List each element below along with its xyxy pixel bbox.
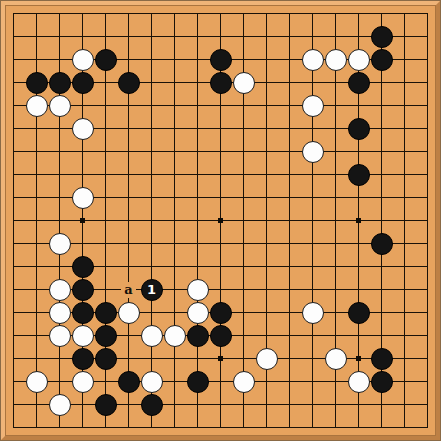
board-point[interactable]	[140, 209, 163, 232]
board-point[interactable]	[301, 117, 324, 140]
board-point[interactable]	[393, 2, 416, 25]
board-point[interactable]	[416, 140, 439, 163]
board-point[interactable]	[370, 301, 393, 324]
board-point[interactable]	[347, 25, 370, 48]
board-point[interactable]	[232, 2, 255, 25]
board-point[interactable]	[393, 370, 416, 393]
board-point[interactable]	[48, 140, 71, 163]
board-point[interactable]	[393, 301, 416, 324]
board-point[interactable]	[163, 117, 186, 140]
board-point[interactable]	[278, 301, 301, 324]
board-point[interactable]	[117, 393, 140, 416]
board-point[interactable]	[117, 347, 140, 370]
board-point[interactable]	[324, 370, 347, 393]
board-point[interactable]	[393, 416, 416, 439]
board-point[interactable]	[278, 347, 301, 370]
board-point[interactable]	[324, 301, 347, 324]
board-point[interactable]	[71, 163, 94, 186]
board-point[interactable]	[48, 186, 71, 209]
board-point[interactable]	[117, 186, 140, 209]
board-point[interactable]	[186, 48, 209, 71]
board-point[interactable]	[71, 94, 94, 117]
board-point[interactable]	[232, 232, 255, 255]
board-point[interactable]	[163, 255, 186, 278]
board-point[interactable]	[186, 140, 209, 163]
board-point[interactable]	[370, 163, 393, 186]
board-point[interactable]	[2, 25, 25, 48]
board-point[interactable]	[301, 2, 324, 25]
board-point[interactable]	[301, 370, 324, 393]
board-point[interactable]	[209, 393, 232, 416]
board-point[interactable]	[94, 209, 117, 232]
board-point[interactable]	[163, 278, 186, 301]
board-point[interactable]	[94, 255, 117, 278]
board-point[interactable]	[278, 48, 301, 71]
board-point[interactable]	[94, 25, 117, 48]
board-point[interactable]	[278, 370, 301, 393]
board-point[interactable]	[416, 2, 439, 25]
board-point[interactable]	[347, 140, 370, 163]
board-point[interactable]	[163, 163, 186, 186]
board-point[interactable]	[324, 278, 347, 301]
board-point[interactable]	[255, 140, 278, 163]
board-point[interactable]	[347, 255, 370, 278]
board-point[interactable]	[347, 393, 370, 416]
board-point[interactable]	[324, 25, 347, 48]
board-point[interactable]	[140, 255, 163, 278]
board-point[interactable]	[163, 232, 186, 255]
board-point[interactable]	[370, 209, 393, 232]
board-point[interactable]	[324, 393, 347, 416]
board-point[interactable]	[117, 48, 140, 71]
board-point[interactable]	[163, 25, 186, 48]
board-point[interactable]	[232, 25, 255, 48]
board-point[interactable]	[232, 186, 255, 209]
board-point[interactable]	[232, 347, 255, 370]
board-point[interactable]	[163, 209, 186, 232]
board-point[interactable]	[370, 71, 393, 94]
board-point[interactable]	[186, 232, 209, 255]
board-point[interactable]	[416, 48, 439, 71]
board-point[interactable]	[25, 232, 48, 255]
board-point[interactable]	[140, 2, 163, 25]
board-point[interactable]	[416, 117, 439, 140]
board-point[interactable]	[25, 186, 48, 209]
board-point[interactable]: a	[117, 278, 140, 301]
board-point[interactable]	[209, 140, 232, 163]
board-point[interactable]	[370, 324, 393, 347]
board-point[interactable]	[232, 416, 255, 439]
board-point[interactable]	[278, 393, 301, 416]
board-point[interactable]	[347, 209, 370, 232]
board-point[interactable]	[163, 393, 186, 416]
board-point[interactable]	[117, 117, 140, 140]
board-point[interactable]	[48, 370, 71, 393]
board-point[interactable]	[25, 324, 48, 347]
board-point[interactable]	[25, 278, 48, 301]
board-point[interactable]	[393, 232, 416, 255]
board-point[interactable]	[393, 48, 416, 71]
board-point[interactable]	[209, 416, 232, 439]
board-point[interactable]	[301, 163, 324, 186]
board-point[interactable]	[48, 48, 71, 71]
board-point[interactable]	[71, 393, 94, 416]
board-point[interactable]	[255, 71, 278, 94]
board-point[interactable]	[117, 94, 140, 117]
board-point[interactable]	[209, 117, 232, 140]
board-point[interactable]	[117, 416, 140, 439]
board-point[interactable]	[94, 370, 117, 393]
board-point[interactable]	[278, 232, 301, 255]
board-point[interactable]	[209, 163, 232, 186]
board-point[interactable]	[393, 94, 416, 117]
board-point[interactable]	[117, 25, 140, 48]
board-point[interactable]	[232, 278, 255, 301]
board-point[interactable]	[209, 186, 232, 209]
board-point[interactable]	[255, 416, 278, 439]
board-point[interactable]	[94, 117, 117, 140]
board-point[interactable]	[71, 2, 94, 25]
board-point[interactable]	[393, 324, 416, 347]
board-point[interactable]	[25, 117, 48, 140]
board-point[interactable]	[278, 25, 301, 48]
board-point[interactable]	[209, 209, 232, 232]
board-point[interactable]	[232, 324, 255, 347]
board-point[interactable]	[117, 209, 140, 232]
board-point[interactable]	[94, 140, 117, 163]
board-point[interactable]	[2, 370, 25, 393]
board-point[interactable]	[2, 163, 25, 186]
board-point[interactable]	[416, 393, 439, 416]
board-point[interactable]	[232, 255, 255, 278]
board-point[interactable]	[232, 48, 255, 71]
board-point[interactable]	[186, 25, 209, 48]
board-point[interactable]	[25, 255, 48, 278]
board-point[interactable]	[324, 140, 347, 163]
board-point[interactable]	[416, 301, 439, 324]
board-point[interactable]	[140, 301, 163, 324]
board-point[interactable]	[278, 278, 301, 301]
board-point[interactable]	[255, 25, 278, 48]
board-point[interactable]	[416, 232, 439, 255]
board-point[interactable]	[48, 255, 71, 278]
board-point[interactable]	[347, 94, 370, 117]
board-point[interactable]	[2, 71, 25, 94]
board-point[interactable]	[393, 163, 416, 186]
board-point[interactable]	[232, 301, 255, 324]
board-point[interactable]	[25, 2, 48, 25]
board-point[interactable]	[209, 232, 232, 255]
board-point[interactable]	[324, 71, 347, 94]
board-point[interactable]	[324, 117, 347, 140]
board-point[interactable]	[163, 71, 186, 94]
board-point[interactable]	[301, 324, 324, 347]
board-point[interactable]	[393, 117, 416, 140]
board-point[interactable]	[393, 393, 416, 416]
board-point[interactable]	[416, 209, 439, 232]
board-point[interactable]	[255, 370, 278, 393]
board-point[interactable]	[163, 186, 186, 209]
board-point[interactable]	[117, 324, 140, 347]
board-point[interactable]	[278, 163, 301, 186]
board-point[interactable]	[140, 416, 163, 439]
board-point[interactable]	[278, 71, 301, 94]
board-point[interactable]	[48, 209, 71, 232]
board-point[interactable]	[186, 2, 209, 25]
board-point[interactable]	[301, 71, 324, 94]
board-point[interactable]	[48, 2, 71, 25]
board-point[interactable]	[25, 25, 48, 48]
board-point[interactable]	[163, 94, 186, 117]
board-point[interactable]	[25, 393, 48, 416]
board-point[interactable]	[140, 117, 163, 140]
board-point[interactable]	[370, 278, 393, 301]
board-point[interactable]	[209, 278, 232, 301]
board-point[interactable]	[117, 163, 140, 186]
board-point[interactable]	[186, 347, 209, 370]
board-point[interactable]	[370, 117, 393, 140]
board-point[interactable]	[140, 25, 163, 48]
board-point[interactable]	[48, 25, 71, 48]
board-point[interactable]	[117, 232, 140, 255]
board-point[interactable]	[25, 301, 48, 324]
board-point[interactable]	[347, 347, 370, 370]
board-point[interactable]	[324, 255, 347, 278]
board-point[interactable]	[209, 347, 232, 370]
board-point[interactable]	[416, 324, 439, 347]
board-point[interactable]	[117, 255, 140, 278]
board-point[interactable]	[186, 71, 209, 94]
board-point[interactable]	[416, 416, 439, 439]
board-point[interactable]	[71, 232, 94, 255]
board-point[interactable]	[48, 117, 71, 140]
board-point[interactable]	[186, 393, 209, 416]
board-point[interactable]	[347, 2, 370, 25]
board-point[interactable]	[140, 140, 163, 163]
board-point[interactable]	[140, 71, 163, 94]
board-point[interactable]	[393, 347, 416, 370]
board-point[interactable]	[25, 48, 48, 71]
board-point[interactable]	[370, 94, 393, 117]
board-point[interactable]	[416, 370, 439, 393]
board-point[interactable]	[232, 163, 255, 186]
board-point[interactable]	[2, 324, 25, 347]
board-point[interactable]	[278, 416, 301, 439]
board-point[interactable]	[393, 140, 416, 163]
board-point[interactable]	[163, 301, 186, 324]
board-point[interactable]	[140, 48, 163, 71]
board-point[interactable]	[48, 163, 71, 186]
board-point[interactable]	[94, 71, 117, 94]
board-point[interactable]	[71, 140, 94, 163]
board-point[interactable]	[71, 209, 94, 232]
board-point[interactable]	[186, 117, 209, 140]
board-point[interactable]	[186, 163, 209, 186]
board-point[interactable]	[393, 255, 416, 278]
board-point[interactable]	[48, 347, 71, 370]
board-point[interactable]	[278, 186, 301, 209]
board-point[interactable]	[2, 255, 25, 278]
board-point[interactable]	[71, 416, 94, 439]
board-point[interactable]	[209, 370, 232, 393]
board-point[interactable]	[393, 209, 416, 232]
board-point[interactable]	[324, 232, 347, 255]
board-point[interactable]	[393, 25, 416, 48]
board-point[interactable]	[416, 347, 439, 370]
board-point[interactable]	[255, 278, 278, 301]
board-point[interactable]	[163, 416, 186, 439]
board-point[interactable]	[370, 140, 393, 163]
board-point[interactable]	[301, 416, 324, 439]
board-point[interactable]	[301, 209, 324, 232]
board-point[interactable]	[347, 416, 370, 439]
board-point[interactable]	[301, 25, 324, 48]
board-point[interactable]	[186, 416, 209, 439]
board-point[interactable]	[278, 140, 301, 163]
board-point[interactable]	[94, 232, 117, 255]
board-point[interactable]	[347, 324, 370, 347]
board-point[interactable]	[25, 209, 48, 232]
board-point[interactable]	[186, 186, 209, 209]
board-point[interactable]	[416, 255, 439, 278]
board-point[interactable]	[301, 232, 324, 255]
board-point[interactable]	[255, 393, 278, 416]
board-point[interactable]	[255, 94, 278, 117]
board-point[interactable]	[278, 94, 301, 117]
board-point[interactable]	[324, 163, 347, 186]
board-point[interactable]	[232, 209, 255, 232]
board-point[interactable]	[278, 2, 301, 25]
board-point[interactable]	[2, 186, 25, 209]
board-point[interactable]	[140, 232, 163, 255]
board-point[interactable]	[324, 324, 347, 347]
board-point[interactable]	[347, 232, 370, 255]
board-point[interactable]	[2, 117, 25, 140]
board-point[interactable]	[209, 2, 232, 25]
board-point[interactable]	[232, 393, 255, 416]
board-point[interactable]	[278, 255, 301, 278]
board-point[interactable]	[140, 163, 163, 186]
board-point[interactable]	[48, 416, 71, 439]
board-point[interactable]	[2, 94, 25, 117]
board-point[interactable]	[2, 347, 25, 370]
board-point[interactable]	[255, 209, 278, 232]
board-point[interactable]	[140, 186, 163, 209]
board-point[interactable]	[324, 209, 347, 232]
board-point[interactable]	[255, 301, 278, 324]
board-point[interactable]	[186, 94, 209, 117]
board-point[interactable]	[255, 163, 278, 186]
board-point[interactable]	[71, 25, 94, 48]
board-point[interactable]	[117, 140, 140, 163]
board-point[interactable]	[94, 416, 117, 439]
board-point[interactable]	[2, 393, 25, 416]
board-point[interactable]	[186, 255, 209, 278]
board-point[interactable]	[232, 140, 255, 163]
board-point[interactable]	[278, 209, 301, 232]
board-point[interactable]	[255, 232, 278, 255]
board-point[interactable]	[140, 94, 163, 117]
board-point[interactable]	[255, 324, 278, 347]
board-point[interactable]	[416, 163, 439, 186]
board-point[interactable]	[232, 94, 255, 117]
board-point[interactable]	[324, 94, 347, 117]
board-point[interactable]	[117, 2, 140, 25]
board-point[interactable]	[25, 347, 48, 370]
board-point[interactable]	[2, 140, 25, 163]
board-point[interactable]	[94, 186, 117, 209]
board-point[interactable]	[25, 140, 48, 163]
board-point[interactable]	[255, 186, 278, 209]
board-point[interactable]	[278, 324, 301, 347]
board-point[interactable]	[2, 48, 25, 71]
board-point[interactable]	[255, 2, 278, 25]
board-point[interactable]	[94, 163, 117, 186]
board-point[interactable]	[370, 255, 393, 278]
board-point[interactable]	[393, 278, 416, 301]
board-point[interactable]	[347, 186, 370, 209]
board-point[interactable]	[2, 232, 25, 255]
board-point[interactable]	[393, 71, 416, 94]
board-point[interactable]	[416, 278, 439, 301]
board-point[interactable]	[416, 71, 439, 94]
board-point[interactable]	[301, 278, 324, 301]
board-point[interactable]	[301, 186, 324, 209]
board-point[interactable]	[370, 416, 393, 439]
board-point[interactable]	[324, 2, 347, 25]
board-point[interactable]	[163, 370, 186, 393]
board-point[interactable]	[186, 209, 209, 232]
board-point[interactable]	[209, 25, 232, 48]
board-point[interactable]	[255, 117, 278, 140]
board-point[interactable]	[94, 278, 117, 301]
board-point[interactable]	[209, 255, 232, 278]
board-point[interactable]	[2, 301, 25, 324]
board-point[interactable]	[416, 186, 439, 209]
board-point[interactable]	[301, 347, 324, 370]
board-point[interactable]	[324, 186, 347, 209]
board-point[interactable]	[94, 2, 117, 25]
board-point[interactable]	[163, 48, 186, 71]
board-point[interactable]	[255, 255, 278, 278]
board-point[interactable]	[140, 347, 163, 370]
board-point[interactable]	[255, 48, 278, 71]
board-point[interactable]	[301, 255, 324, 278]
board-point[interactable]	[347, 278, 370, 301]
board-point[interactable]	[25, 416, 48, 439]
board-point[interactable]	[94, 94, 117, 117]
board-point[interactable]	[2, 278, 25, 301]
board-point[interactable]	[209, 94, 232, 117]
board-point[interactable]	[2, 209, 25, 232]
board-point[interactable]	[416, 25, 439, 48]
board-point[interactable]	[370, 186, 393, 209]
board-point[interactable]	[25, 163, 48, 186]
board-point[interactable]	[370, 2, 393, 25]
board-point[interactable]	[163, 347, 186, 370]
board-point[interactable]	[393, 186, 416, 209]
board-point[interactable]	[301, 393, 324, 416]
board-point[interactable]	[416, 94, 439, 117]
board-point[interactable]	[232, 117, 255, 140]
board-point[interactable]	[278, 117, 301, 140]
board-point[interactable]	[163, 2, 186, 25]
board-point[interactable]	[2, 416, 25, 439]
board-point[interactable]	[2, 2, 25, 25]
board-point[interactable]	[324, 416, 347, 439]
board-point[interactable]	[370, 393, 393, 416]
board-point[interactable]	[163, 140, 186, 163]
